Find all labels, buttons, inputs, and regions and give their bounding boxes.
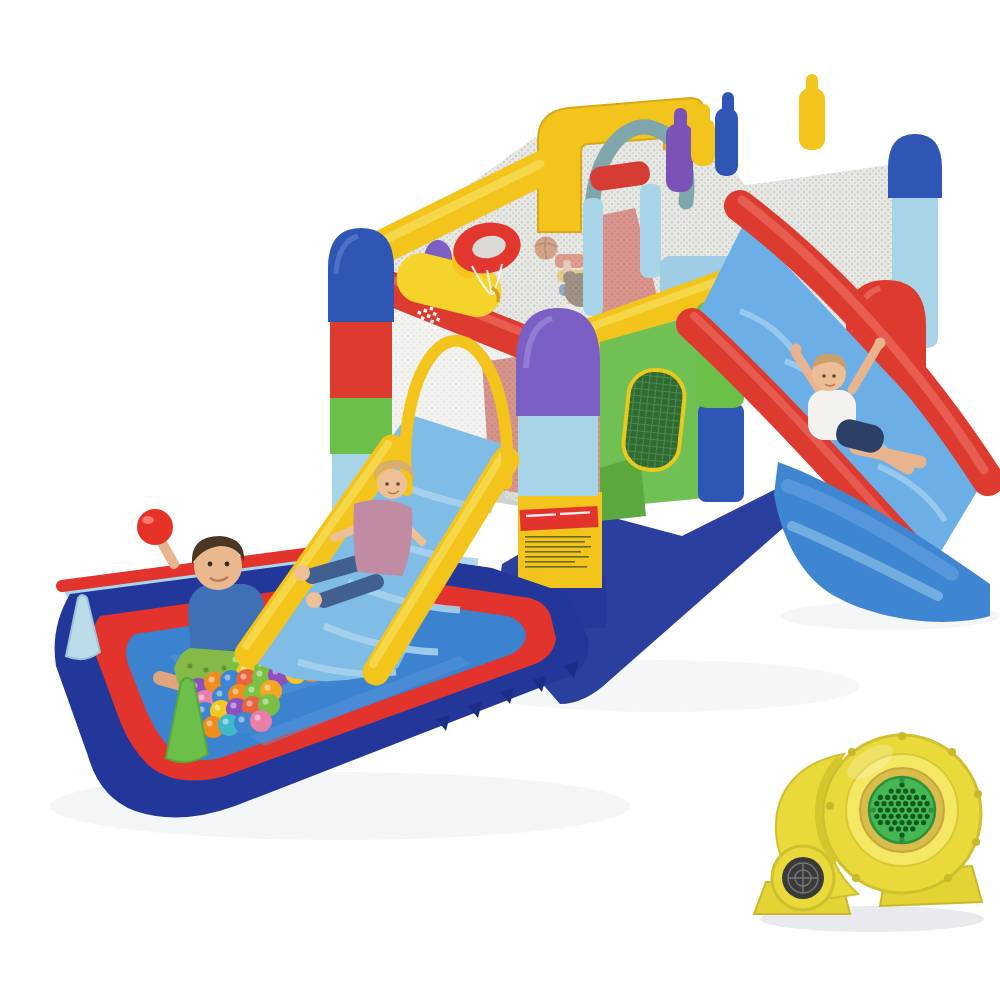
red-throw-ball [137, 509, 173, 545]
mini-column-yellow-right [799, 74, 825, 150]
air-blower [754, 732, 982, 914]
bounce-house-scene [40, 16, 1000, 1000]
mesh-pocket [621, 367, 687, 472]
ocean-ball [250, 710, 272, 732]
mini-column-blue [715, 92, 738, 176]
warning-band [520, 506, 599, 531]
blower-outlet [772, 846, 834, 910]
product-photo: Inflatable bounce house play center with… [40, 16, 1000, 1000]
warning-label [518, 492, 602, 588]
roof-post-right [640, 184, 661, 278]
roof-post-left [583, 198, 603, 316]
green-obstacle-wall [600, 314, 706, 521]
